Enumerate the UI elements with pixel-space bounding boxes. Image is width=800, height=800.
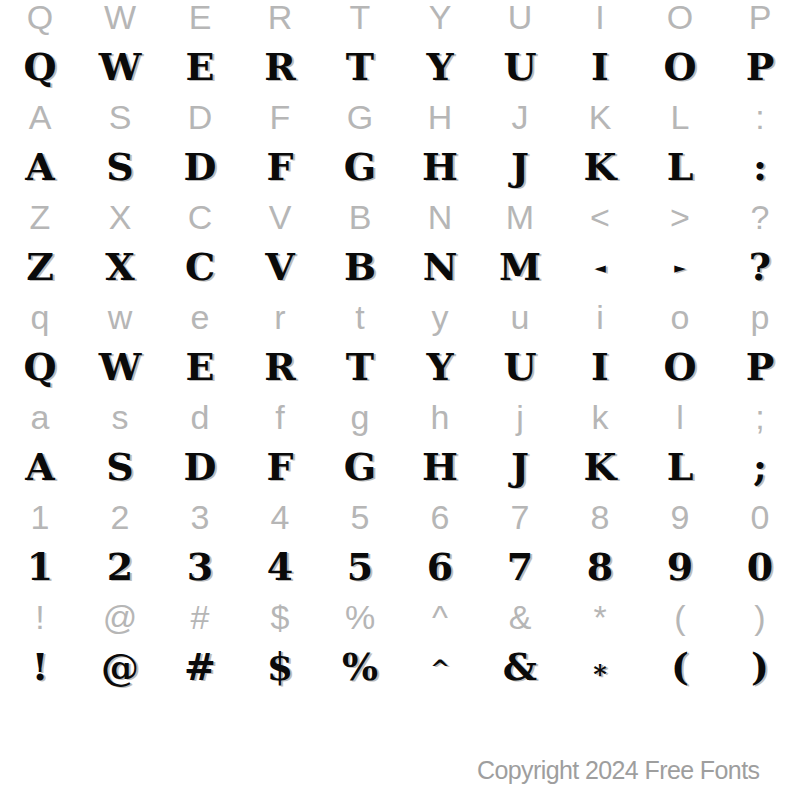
glyph-cell: V	[240, 242, 320, 292]
plain-glyph: :	[755, 100, 764, 134]
plain-glyph: T	[350, 0, 371, 34]
glyph-cell: %	[320, 642, 400, 692]
glyph-cell: W	[80, 342, 160, 392]
plain-glyph: $	[271, 600, 290, 634]
fancy-glyph: 0	[747, 548, 773, 586]
plain-glyph: H	[428, 100, 453, 134]
fancy-glyph: $	[267, 648, 293, 686]
glyph-cell: i	[560, 292, 640, 342]
plain-glyph: U	[508, 0, 533, 34]
plain-glyph: O	[667, 0, 693, 34]
copyright-text: Copyright 2024 Free Fonts	[477, 756, 759, 785]
glyph-cell: :	[720, 92, 800, 142]
glyph-cell: 3	[160, 492, 240, 542]
fancy-glyph: W	[99, 348, 142, 386]
plain-glyph: r	[274, 300, 285, 334]
glyph-cell: ;	[720, 392, 800, 442]
plain-glyph: 2	[111, 500, 130, 534]
glyph-cell: a	[0, 392, 80, 442]
fancy-glyph: @	[101, 648, 139, 686]
glyph-cell: J	[480, 442, 560, 492]
glyph-cell: r	[240, 292, 320, 342]
glyph-cell: D	[160, 442, 240, 492]
fancy-glyph: O	[663, 348, 696, 386]
plain-glyph: ;	[755, 400, 764, 434]
fancy-glyph: T	[346, 48, 374, 86]
glyph-cell: B	[320, 242, 400, 292]
fancy-glyph: Q	[23, 48, 56, 86]
glyph-cell: F	[240, 142, 320, 192]
glyph-cell: A	[0, 92, 80, 142]
glyph-cell: O	[640, 0, 720, 42]
glyph-cell: J	[480, 142, 560, 192]
fancy-glyph: O	[663, 48, 696, 86]
glyph-cell: 6	[400, 542, 480, 592]
plain-glyph: a	[31, 400, 50, 434]
plain-glyph: k	[592, 400, 609, 434]
fancy-glyph: J	[511, 448, 529, 486]
fancy-glyph: %	[342, 648, 378, 686]
glyph-cell: Z	[0, 242, 80, 292]
plain-glyph: !	[35, 600, 44, 634]
plain-glyph: %	[345, 600, 375, 634]
fancy-glyph: I	[591, 48, 609, 86]
glyph-cell: E	[160, 0, 240, 42]
glyph-cell: !	[0, 592, 80, 642]
fancy-glyph: #	[184, 648, 216, 686]
fancy-glyph: I	[591, 348, 609, 386]
glyph-cell: H	[400, 442, 480, 492]
fancy-glyph: G	[344, 148, 376, 186]
glyph-cell: 4	[240, 492, 320, 542]
fancy-glyph: ^	[430, 657, 450, 681]
plain-glyph: )	[754, 600, 765, 634]
fancy-glyph: T	[346, 348, 374, 386]
glyph-cell: Z	[0, 192, 80, 242]
glyph-cell: A	[0, 142, 80, 192]
glyph-cell: U	[480, 42, 560, 92]
fancy-glyph: K	[583, 448, 616, 486]
glyph-cell: D	[160, 92, 240, 142]
fancy-glyph: *	[593, 661, 607, 687]
plain-glyph: @	[103, 600, 138, 634]
glyph-cell: O	[640, 342, 720, 392]
glyph-cell: V	[240, 192, 320, 242]
glyph-cell: (	[640, 592, 720, 642]
plain-glyph: V	[269, 200, 292, 234]
plain-glyph: 3	[191, 500, 210, 534]
fancy-glyph: F	[267, 148, 294, 186]
glyph-cell: <	[560, 192, 640, 242]
fancy-glyph: L	[667, 148, 694, 186]
glyph-cell: R	[240, 342, 320, 392]
glyph-cell: (	[640, 642, 720, 692]
glyph-cell: E	[160, 42, 240, 92]
plain-glyph: f	[275, 400, 284, 434]
plain-glyph: j	[516, 400, 524, 434]
fancy-glyph: &	[503, 648, 537, 686]
plain-glyph: d	[191, 400, 210, 434]
glyph-cell: l	[640, 392, 720, 442]
fancy-glyph: Z	[26, 248, 54, 286]
glyph-cell: P	[720, 342, 800, 392]
glyph-cell: R	[240, 42, 320, 92]
glyph-cell: J	[480, 92, 560, 142]
fancy-glyph: ?	[749, 248, 771, 286]
glyph-cell: G	[320, 92, 400, 142]
fancy-glyph: 5	[347, 548, 373, 586]
plain-glyph: y	[432, 300, 449, 334]
fancy-glyph: B	[344, 248, 376, 286]
glyph-cell: #	[160, 642, 240, 692]
glyph-cell: 5	[320, 542, 400, 592]
glyph-cell: 2	[80, 492, 160, 542]
glyph-cell: o	[640, 292, 720, 342]
fancy-glyph: C	[185, 248, 215, 286]
glyph-cell: B	[320, 192, 400, 242]
fancy-glyph: S	[106, 148, 133, 186]
fancy-glyph: 4	[267, 548, 293, 586]
glyph-cell: U	[480, 342, 560, 392]
glyph-cell: Y	[400, 342, 480, 392]
glyph-cell: S	[80, 142, 160, 192]
glyph-cell: 7	[480, 542, 560, 592]
glyph-cell: ◄	[560, 242, 640, 292]
fancy-glyph: ;	[753, 448, 767, 486]
fancy-glyph: (	[671, 648, 689, 686]
plain-glyph: w	[108, 300, 133, 334]
glyph-cell: $	[240, 592, 320, 642]
glyph-cell: T	[320, 0, 400, 42]
plain-glyph: A	[29, 100, 52, 134]
plain-glyph: 6	[431, 500, 450, 534]
plain-glyph: h	[431, 400, 450, 434]
glyph-cell: K	[560, 92, 640, 142]
plain-glyph: D	[188, 100, 213, 134]
glyph-cell: 1	[0, 542, 80, 592]
fancy-glyph: 2	[107, 548, 133, 586]
fancy-glyph: E	[186, 348, 215, 386]
glyph-cell: j	[480, 392, 560, 442]
fancy-glyph: J	[511, 148, 529, 186]
glyph-cell: 3	[160, 542, 240, 592]
glyph-cell: f	[240, 392, 320, 442]
fancy-glyph: ►	[674, 261, 686, 276]
glyph-cell: D	[160, 142, 240, 192]
plain-glyph: B	[349, 200, 372, 234]
plain-glyph: s	[112, 400, 129, 434]
plain-glyph: N	[428, 200, 453, 234]
plain-glyph: 5	[351, 500, 370, 534]
glyph-cell: 5	[320, 492, 400, 542]
glyph-cell: 7	[480, 492, 560, 542]
glyph-cell: R	[240, 0, 320, 42]
plain-glyph: E	[189, 0, 212, 34]
fancy-glyph: L	[667, 448, 694, 486]
glyph-cell: u	[480, 292, 560, 342]
fancy-glyph: X	[105, 248, 134, 286]
fancy-glyph: R	[264, 48, 296, 86]
glyph-cell: )	[720, 592, 800, 642]
fancy-glyph: 7	[507, 548, 533, 586]
fancy-glyph: H	[422, 148, 458, 186]
glyph-cell: %	[320, 592, 400, 642]
fancy-glyph: :	[753, 148, 767, 186]
glyph-cell: 8	[560, 492, 640, 542]
glyph-cell: !	[0, 642, 80, 692]
fancy-glyph: 6	[427, 548, 453, 586]
plain-glyph: K	[589, 100, 612, 134]
plain-glyph: >	[670, 200, 690, 234]
plain-glyph: C	[188, 200, 213, 234]
plain-glyph: 4	[271, 500, 290, 534]
fancy-glyph: U	[503, 48, 536, 86]
plain-glyph: G	[347, 100, 373, 134]
glyph-cell: Y	[400, 0, 480, 42]
glyph-cell: >	[640, 192, 720, 242]
glyph-cell: 4	[240, 542, 320, 592]
glyph-cell: E	[160, 342, 240, 392]
glyph-cell: ^	[400, 642, 480, 692]
glyph-cell: I	[560, 342, 640, 392]
plain-glyph: &	[509, 600, 532, 634]
glyph-cell: k	[560, 392, 640, 442]
glyph-cell: *	[560, 642, 640, 692]
plain-glyph: S	[109, 100, 132, 134]
glyph-cell: X	[80, 242, 160, 292]
plain-glyph: *	[593, 600, 606, 634]
plain-glyph: q	[31, 300, 50, 334]
glyph-cell: C	[160, 192, 240, 242]
fancy-glyph: D	[184, 448, 217, 486]
glyph-cell: G	[320, 442, 400, 492]
plain-glyph: u	[511, 300, 530, 334]
glyph-cell: 0	[720, 492, 800, 542]
glyph-cell: K	[560, 142, 640, 192]
glyph-cell: S	[80, 442, 160, 492]
fancy-glyph: V	[265, 248, 294, 286]
glyph-cell: h	[400, 392, 480, 442]
glyph-cell: 9	[640, 492, 720, 542]
fancy-glyph: E	[186, 48, 215, 86]
plain-glyph: (	[674, 600, 685, 634]
glyph-cell: L	[640, 442, 720, 492]
plain-glyph: i	[596, 300, 604, 334]
plain-glyph: e	[191, 300, 210, 334]
plain-glyph: J	[512, 100, 529, 134]
glyph-cell: *	[560, 592, 640, 642]
plain-glyph: 9	[671, 500, 690, 534]
fancy-glyph: P	[746, 48, 775, 86]
plain-glyph: L	[671, 100, 690, 134]
glyph-cell: t	[320, 292, 400, 342]
glyph-cell: ►	[640, 242, 720, 292]
glyph-cell: F	[240, 92, 320, 142]
glyph-cell: ;	[720, 442, 800, 492]
plain-glyph: Y	[429, 0, 452, 34]
glyph-cell: H	[400, 92, 480, 142]
fancy-glyph: 9	[667, 548, 693, 586]
glyph-cell: Q	[0, 0, 80, 42]
fancy-glyph: H	[422, 448, 458, 486]
glyph-cell: C	[160, 242, 240, 292]
glyph-cell: N	[400, 192, 480, 242]
plain-glyph: o	[671, 300, 690, 334]
plain-glyph: 8	[591, 500, 610, 534]
glyph-grid: QWERTYUIOPQWERTYUIOPASDFGHJKL:ASDFGHJKL:…	[0, 0, 800, 692]
glyph-cell: H	[400, 142, 480, 192]
plain-glyph: M	[506, 200, 534, 234]
glyph-cell: Y	[400, 42, 480, 92]
plain-glyph: P	[749, 0, 772, 34]
glyph-cell: A	[0, 442, 80, 492]
glyph-cell: M	[480, 242, 560, 292]
fancy-glyph: 3	[187, 548, 213, 586]
fancy-glyph: G	[344, 448, 376, 486]
glyph-cell: O	[640, 42, 720, 92]
fancy-glyph: S	[106, 448, 133, 486]
glyph-cell: F	[240, 442, 320, 492]
glyph-cell: G	[320, 142, 400, 192]
plain-glyph: #	[191, 600, 210, 634]
plain-glyph: Q	[27, 0, 53, 34]
glyph-cell: N	[400, 242, 480, 292]
glyph-cell: W	[80, 0, 160, 42]
plain-glyph: R	[268, 0, 293, 34]
glyph-cell: ^	[400, 592, 480, 642]
glyph-cell: M	[480, 192, 560, 242]
glyph-cell: w	[80, 292, 160, 342]
fancy-glyph: Y	[426, 348, 453, 386]
fancy-glyph: F	[267, 448, 294, 486]
plain-glyph: X	[109, 200, 132, 234]
plain-glyph: 7	[511, 500, 530, 534]
plain-glyph: F	[270, 100, 291, 134]
fancy-glyph: K	[583, 148, 616, 186]
plain-glyph: W	[104, 0, 136, 34]
glyph-cell: d	[160, 392, 240, 442]
glyph-cell: :	[720, 142, 800, 192]
glyph-cell: L	[640, 142, 720, 192]
fancy-glyph: M	[499, 248, 541, 286]
glyph-cell: 1	[0, 492, 80, 542]
glyph-cell: &	[480, 642, 560, 692]
fancy-glyph: W	[99, 48, 142, 86]
glyph-cell: W	[80, 42, 160, 92]
plain-glyph: l	[676, 400, 684, 434]
fancy-glyph: ◄	[594, 261, 606, 276]
plain-glyph: ?	[751, 200, 770, 234]
plain-glyph: I	[595, 0, 604, 34]
glyph-cell: S	[80, 92, 160, 142]
glyph-cell: g	[320, 392, 400, 442]
glyph-cell: &	[480, 592, 560, 642]
fancy-glyph: !	[32, 648, 49, 686]
fancy-glyph: D	[184, 148, 217, 186]
glyph-cell: @	[80, 642, 160, 692]
plain-glyph: t	[355, 300, 364, 334]
glyph-cell: s	[80, 392, 160, 442]
fancy-glyph: 1	[27, 548, 53, 586]
glyph-cell: q	[0, 292, 80, 342]
plain-glyph: p	[751, 300, 770, 334]
fancy-glyph: R	[264, 348, 296, 386]
fancy-glyph: A	[25, 448, 54, 486]
glyph-cell: y	[400, 292, 480, 342]
plain-glyph: 1	[31, 500, 50, 534]
glyph-cell: P	[720, 42, 800, 92]
glyph-cell: )	[720, 642, 800, 692]
glyph-cell: T	[320, 342, 400, 392]
glyph-cell: U	[480, 0, 560, 42]
glyph-cell: $	[240, 642, 320, 692]
fancy-glyph: N	[423, 248, 458, 286]
fancy-glyph: 8	[587, 548, 613, 586]
fancy-glyph: )	[751, 648, 769, 686]
fancy-glyph: P	[746, 348, 775, 386]
glyph-cell: X	[80, 192, 160, 242]
glyph-cell: K	[560, 442, 640, 492]
glyph-cell: e	[160, 292, 240, 342]
fancy-glyph: Y	[426, 48, 453, 86]
glyph-cell: ?	[720, 192, 800, 242]
plain-glyph: <	[590, 200, 610, 234]
plain-glyph: ^	[432, 600, 448, 634]
glyph-cell: @	[80, 592, 160, 642]
glyph-cell: I	[560, 0, 640, 42]
glyph-cell: #	[160, 592, 240, 642]
glyph-cell: p	[720, 292, 800, 342]
glyph-cell: Q	[0, 342, 80, 392]
glyph-cell: ?	[720, 242, 800, 292]
plain-glyph: 0	[751, 500, 770, 534]
glyph-cell: L	[640, 92, 720, 142]
font-specimen-page: QWERTYUIOPQWERTYUIOPASDFGHJKL:ASDFGHJKL:…	[0, 0, 800, 800]
glyph-cell: 9	[640, 542, 720, 592]
fancy-glyph: Q	[23, 348, 56, 386]
glyph-cell: 0	[720, 542, 800, 592]
glyph-cell: 8	[560, 542, 640, 592]
glyph-cell: T	[320, 42, 400, 92]
glyph-cell: Q	[0, 42, 80, 92]
glyph-cell: 2	[80, 542, 160, 592]
glyph-cell: I	[560, 42, 640, 92]
plain-glyph: Z	[30, 200, 51, 234]
fancy-glyph: U	[503, 348, 536, 386]
glyph-cell: P	[720, 0, 800, 42]
glyph-cell: 6	[400, 492, 480, 542]
fancy-glyph: A	[25, 148, 54, 186]
plain-glyph: g	[351, 400, 370, 434]
